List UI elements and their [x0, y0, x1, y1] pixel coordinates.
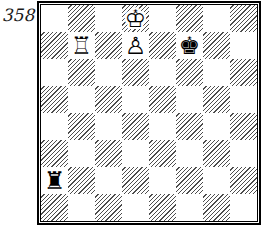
square-h5[interactable] [230, 86, 257, 113]
square-a6[interactable] [41, 59, 68, 86]
square-a5[interactable] [41, 86, 68, 113]
square-c6[interactable] [95, 59, 122, 86]
square-b2[interactable] [68, 167, 95, 194]
square-e5[interactable] [149, 86, 176, 113]
square-e6[interactable] [149, 59, 176, 86]
square-f3[interactable] [176, 140, 203, 167]
square-d3[interactable] [122, 140, 149, 167]
square-d7[interactable]: ♙ [122, 32, 149, 59]
chess-diagram: 358 ♔♖♙♚♜ [0, 0, 263, 226]
square-d4[interactable] [122, 113, 149, 140]
square-b4[interactable] [68, 113, 95, 140]
square-c3[interactable] [95, 140, 122, 167]
square-f6[interactable] [176, 59, 203, 86]
square-h4[interactable] [230, 113, 257, 140]
square-d6[interactable] [122, 59, 149, 86]
white-pawn: ♙ [122, 32, 149, 59]
square-d2[interactable] [122, 167, 149, 194]
square-h8[interactable] [230, 5, 257, 32]
board-inner-frame: ♔♖♙♚♜ [40, 4, 258, 222]
square-a3[interactable] [41, 140, 68, 167]
square-h2[interactable] [230, 167, 257, 194]
chess-board: ♔♖♙♚♜ [37, 1, 261, 225]
square-a1[interactable] [41, 194, 68, 221]
white-rook: ♖ [68, 32, 95, 59]
square-g8[interactable] [203, 5, 230, 32]
square-f7[interactable]: ♚ [176, 32, 203, 59]
square-h1[interactable] [230, 194, 257, 221]
square-f8[interactable] [176, 5, 203, 32]
square-h6[interactable] [230, 59, 257, 86]
square-e3[interactable] [149, 140, 176, 167]
diagram-number: 358 [1, 5, 35, 25]
square-g3[interactable] [203, 140, 230, 167]
square-b7[interactable]: ♖ [68, 32, 95, 59]
square-g5[interactable] [203, 86, 230, 113]
square-a8[interactable] [41, 5, 68, 32]
square-f4[interactable] [176, 113, 203, 140]
square-d8[interactable]: ♔ [122, 5, 149, 32]
square-c5[interactable] [95, 86, 122, 113]
square-b8[interactable] [68, 5, 95, 32]
square-c7[interactable] [95, 32, 122, 59]
square-c2[interactable] [95, 167, 122, 194]
square-f1[interactable] [176, 194, 203, 221]
square-b3[interactable] [68, 140, 95, 167]
square-g7[interactable] [203, 32, 230, 59]
square-e4[interactable] [149, 113, 176, 140]
square-a7[interactable] [41, 32, 68, 59]
square-b5[interactable] [68, 86, 95, 113]
square-a4[interactable] [41, 113, 68, 140]
square-h7[interactable] [230, 32, 257, 59]
square-f2[interactable] [176, 167, 203, 194]
square-g1[interactable] [203, 194, 230, 221]
square-b6[interactable] [68, 59, 95, 86]
square-b1[interactable] [68, 194, 95, 221]
square-e2[interactable] [149, 167, 176, 194]
square-f5[interactable] [176, 86, 203, 113]
square-e8[interactable] [149, 5, 176, 32]
square-e1[interactable] [149, 194, 176, 221]
square-a2[interactable]: ♜ [41, 167, 68, 194]
square-c8[interactable] [95, 5, 122, 32]
square-d1[interactable] [122, 194, 149, 221]
square-c4[interactable] [95, 113, 122, 140]
board-grid: ♔♖♙♚♜ [41, 5, 257, 221]
black-king: ♚ [176, 32, 203, 59]
square-g4[interactable] [203, 113, 230, 140]
black-rook: ♜ [41, 167, 68, 194]
square-d5[interactable] [122, 86, 149, 113]
square-g2[interactable] [203, 167, 230, 194]
white-king: ♔ [122, 5, 149, 32]
square-g6[interactable] [203, 59, 230, 86]
square-c1[interactable] [95, 194, 122, 221]
square-h3[interactable] [230, 140, 257, 167]
square-e7[interactable] [149, 32, 176, 59]
